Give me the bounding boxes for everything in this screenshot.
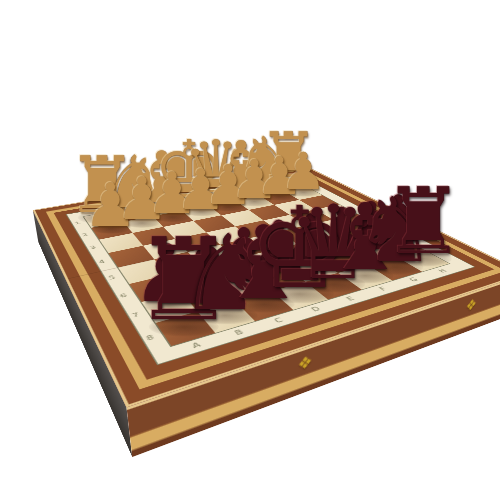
- piece-dark-rook[interactable]: ♜: [383, 176, 465, 267]
- chess-set-photo: ❖ ❖ ABCDEFGH12345678 ♜♞♝♚♛♝♞♜♟♟♟♟♟♟♟♟♟♟♟…: [0, 0, 500, 500]
- brass-ornament-icon: ❖: [464, 295, 478, 315]
- brass-ornament-icon: ❖: [297, 351, 313, 375]
